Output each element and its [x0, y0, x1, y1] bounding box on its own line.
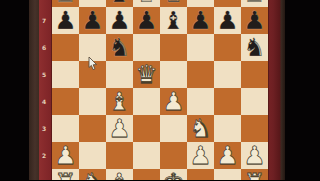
square-e6[interactable] — [160, 34, 187, 61]
square-h5[interactable] — [241, 61, 268, 88]
square-d6[interactable] — [133, 34, 160, 61]
square-f1[interactable] — [187, 169, 214, 180]
square-e4[interactable]: ♟ — [160, 88, 187, 115]
piece-white-rook[interactable]: ♜ — [54, 169, 76, 180]
square-d1[interactable] — [133, 169, 160, 180]
square-a2[interactable]: ♟ — [52, 142, 79, 169]
piece-white-pawn[interactable]: ♟ — [162, 88, 184, 115]
square-g2[interactable]: ♟ — [214, 142, 241, 169]
square-g6[interactable] — [214, 34, 241, 61]
square-e7[interactable]: ♝ — [160, 7, 187, 34]
square-d5[interactable]: ♛ — [133, 61, 160, 88]
square-b4[interactable] — [79, 88, 106, 115]
square-h4[interactable] — [241, 88, 268, 115]
square-f2[interactable]: ♟ — [187, 142, 214, 169]
piece-white-pawn[interactable]: ♟ — [243, 142, 265, 169]
square-a4[interactable] — [52, 88, 79, 115]
piece-black-pawn[interactable]: ♟ — [108, 7, 130, 34]
rank-label-7: 7 — [39, 17, 49, 25]
square-c5[interactable] — [106, 61, 133, 88]
piece-white-king[interactable]: ♚ — [162, 169, 184, 180]
square-b2[interactable] — [79, 142, 106, 169]
square-g7[interactable]: ♟ — [214, 7, 241, 34]
piece-white-bishop[interactable]: ♝ — [108, 169, 130, 180]
square-e5[interactable] — [160, 61, 187, 88]
piece-black-pawn[interactable]: ♟ — [81, 7, 103, 34]
piece-white-knight[interactable]: ♞ — [189, 115, 211, 142]
rank-label-1: 1 — [39, 179, 49, 181]
piece-white-pawn[interactable]: ♟ — [108, 115, 130, 142]
square-h2[interactable]: ♟ — [241, 142, 268, 169]
piece-black-pawn[interactable]: ♟ — [189, 7, 211, 34]
square-a5[interactable] — [52, 61, 79, 88]
square-c6[interactable]: ♞ — [106, 34, 133, 61]
square-f6[interactable] — [187, 34, 214, 61]
square-f5[interactable] — [187, 61, 214, 88]
chess-app-screen: ♜♝♛♚♜♟♟♟♟♝♟♟♟♞♞♛♝♟♟♞♟♟♟♟♜♞♝♚♜ 87654321 — [0, 0, 320, 180]
square-c4[interactable]: ♝ — [106, 88, 133, 115]
rank-label-5: 5 — [39, 71, 49, 79]
square-d2[interactable] — [133, 142, 160, 169]
piece-white-pawn[interactable]: ♟ — [216, 142, 238, 169]
square-g1[interactable] — [214, 169, 241, 180]
square-c7[interactable]: ♟ — [106, 7, 133, 34]
square-a1[interactable]: ♜ — [52, 169, 79, 180]
square-e3[interactable] — [160, 115, 187, 142]
piece-black-bishop[interactable]: ♝ — [162, 7, 184, 34]
piece-white-knight[interactable]: ♞ — [81, 169, 103, 180]
square-a6[interactable] — [52, 34, 79, 61]
square-b3[interactable] — [79, 115, 106, 142]
chess-board: ♜♝♛♚♜♟♟♟♟♝♟♟♟♞♞♛♝♟♟♞♟♟♟♟♜♞♝♚♜ — [52, 0, 268, 180]
rank-label-3: 3 — [39, 125, 49, 133]
square-h3[interactable] — [241, 115, 268, 142]
piece-white-bishop[interactable]: ♝ — [108, 88, 130, 115]
piece-white-queen[interactable]: ♛ — [135, 61, 157, 88]
square-d7[interactable]: ♟ — [133, 7, 160, 34]
piece-black-knight[interactable]: ♞ — [243, 34, 265, 61]
square-a3[interactable] — [52, 115, 79, 142]
square-d3[interactable] — [133, 115, 160, 142]
square-f7[interactable]: ♟ — [187, 7, 214, 34]
piece-black-pawn[interactable]: ♟ — [216, 7, 238, 34]
piece-white-pawn[interactable]: ♟ — [54, 142, 76, 169]
square-f3[interactable]: ♞ — [187, 115, 214, 142]
square-h6[interactable]: ♞ — [241, 34, 268, 61]
square-g5[interactable] — [214, 61, 241, 88]
piece-white-rook[interactable]: ♜ — [243, 169, 265, 180]
square-h7[interactable]: ♟ — [241, 7, 268, 34]
square-e1[interactable]: ♚ — [160, 169, 187, 180]
square-g3[interactable] — [214, 115, 241, 142]
square-f4[interactable] — [187, 88, 214, 115]
mouse-cursor — [88, 57, 98, 71]
square-c1[interactable]: ♝ — [106, 169, 133, 180]
square-d4[interactable] — [133, 88, 160, 115]
square-a7[interactable]: ♟ — [52, 7, 79, 34]
square-h1[interactable]: ♜ — [241, 169, 268, 180]
square-b7[interactable]: ♟ — [79, 7, 106, 34]
piece-black-pawn[interactable]: ♟ — [54, 7, 76, 34]
piece-white-pawn[interactable]: ♟ — [189, 142, 211, 169]
square-b1[interactable]: ♞ — [79, 169, 106, 180]
rank-label-2: 2 — [39, 152, 49, 160]
piece-black-pawn[interactable]: ♟ — [135, 7, 157, 34]
square-e2[interactable] — [160, 142, 187, 169]
piece-black-pawn[interactable]: ♟ — [243, 7, 265, 34]
rank-label-4: 4 — [39, 98, 49, 106]
square-c2[interactable] — [106, 142, 133, 169]
piece-black-knight[interactable]: ♞ — [108, 34, 130, 61]
square-c3[interactable]: ♟ — [106, 115, 133, 142]
square-g4[interactable] — [214, 88, 241, 115]
rank-label-6: 6 — [39, 44, 49, 52]
